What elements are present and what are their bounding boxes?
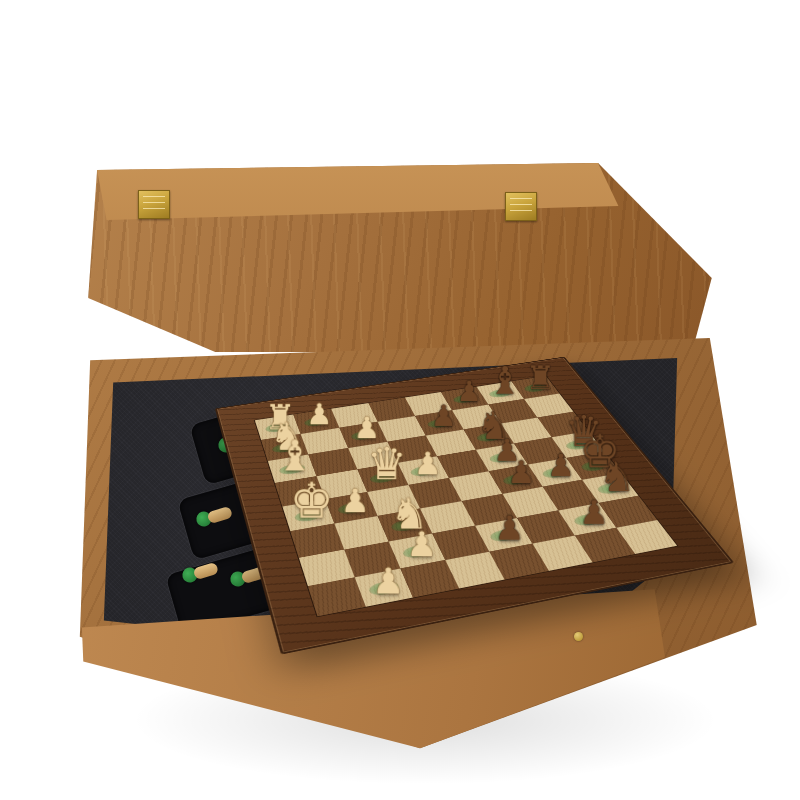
piece-black-pawn[interactable]: ♟ (457, 378, 482, 406)
piece-white-queen[interactable]: ♛ (367, 442, 407, 486)
piece-white-pawn[interactable]: ♟ (414, 448, 442, 479)
piece-white-pawn[interactable]: ♟ (306, 400, 332, 429)
brass-hinge-icon (505, 192, 537, 221)
piece-white-pawn[interactable]: ♟ (341, 485, 370, 518)
square-b3[interactable] (334, 516, 388, 550)
square-a3[interactable] (290, 524, 344, 558)
piece-white-king[interactable]: ♚ (290, 476, 334, 525)
piece-white-pawn[interactable]: ♟ (406, 527, 437, 561)
piece-white-pawn[interactable]: ♟ (372, 563, 404, 599)
piece-black-pawn[interactable]: ♟ (431, 401, 457, 430)
piece-black-pawn[interactable]: ♟ (547, 450, 575, 481)
piece-black-pawn[interactable]: ♟ (507, 457, 535, 488)
brass-emblem-icon (574, 632, 583, 641)
piece-black-bishop[interactable]: ♝ (488, 362, 522, 400)
piece-black-pawn[interactable]: ♟ (579, 496, 609, 529)
square-e1[interactable] (489, 544, 549, 580)
piece-black-knight[interactable]: ♞ (599, 456, 636, 497)
piece-black-rook[interactable]: ♜ (526, 361, 556, 394)
brass-hinge-icon (138, 190, 170, 219)
chess-case-scene: ♜♟♟♝♜♞♟♟♝♞♛♟♟♛♚♟♟♟♚♞♞♟♟♟♟ (0, 0, 800, 800)
piece-black-pawn[interactable]: ♟ (494, 511, 524, 545)
